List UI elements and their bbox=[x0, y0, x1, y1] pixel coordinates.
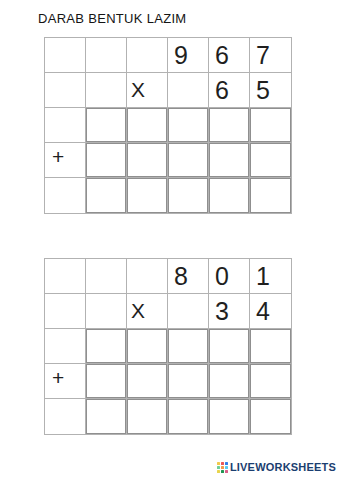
answer-cell-p1-r5c2[interactable] bbox=[86, 178, 127, 213]
empty-cell-p1-r3c1 bbox=[45, 108, 86, 143]
answer-cell-p2-r4c4[interactable] bbox=[168, 364, 209, 399]
answer-cell-p1-r5c3[interactable] bbox=[127, 178, 168, 213]
logo-tile-5 bbox=[221, 466, 224, 469]
answer-cell-p2-r4c5[interactable] bbox=[209, 364, 250, 399]
answer-cell-p2-r5c2[interactable] bbox=[86, 399, 127, 434]
given-cell-p1-r2c3: X bbox=[127, 73, 168, 108]
given-cell-p2-r1c5: 0 bbox=[209, 259, 250, 294]
answer-cell-p2-r3c3[interactable] bbox=[127, 329, 168, 364]
given-cell-p1-r2c6: 5 bbox=[250, 73, 291, 108]
answer-cell-p1-r3c2[interactable] bbox=[86, 108, 127, 143]
empty-cell-p2-r2c1 bbox=[45, 294, 86, 329]
empty-cell-p2-r5c1 bbox=[45, 399, 86, 434]
given-cell-p1-r2c5: 6 bbox=[209, 73, 250, 108]
empty-cell-p1-r5c1 bbox=[45, 178, 86, 213]
empty-cell-p1-r2c1 bbox=[45, 73, 86, 108]
answer-cell-p1-r3c4[interactable] bbox=[168, 108, 209, 143]
answer-cell-p2-r4c6[interactable] bbox=[250, 364, 291, 399]
logo-tile-2 bbox=[221, 462, 224, 465]
empty-cell-p1-r1c2 bbox=[86, 38, 127, 73]
answer-cell-p2-r4c2[interactable] bbox=[86, 364, 127, 399]
given-cell-p2-r2c3: X bbox=[127, 294, 168, 329]
answer-cell-p2-r5c4[interactable] bbox=[168, 399, 209, 434]
answer-cell-p2-r3c5[interactable] bbox=[209, 329, 250, 364]
answer-cell-p2-r3c2[interactable] bbox=[86, 329, 127, 364]
answer-cell-p2-r3c4[interactable] bbox=[168, 329, 209, 364]
empty-cell-p2-r2c4 bbox=[168, 294, 209, 329]
given-cell-p2-r2c6: 4 bbox=[250, 294, 291, 329]
empty-cell-p1-r2c4 bbox=[168, 73, 209, 108]
multiplication-grid-2: 801X34+ bbox=[44, 258, 292, 435]
given-cell-p2-r1c4: 8 bbox=[168, 259, 209, 294]
answer-cell-p1-r4c2[interactable] bbox=[86, 143, 127, 178]
logo-tile-9 bbox=[225, 470, 228, 473]
empty-cell-p2-r1c1 bbox=[45, 259, 86, 294]
liveworksheets-logo: LIVEWORKSHEETS bbox=[217, 461, 336, 473]
logo-tile-4 bbox=[217, 466, 220, 469]
answer-cell-p1-r4c4[interactable] bbox=[168, 143, 209, 178]
answer-cell-p1-r5c4[interactable] bbox=[168, 178, 209, 213]
answer-cell-p1-r5c6[interactable] bbox=[250, 178, 291, 213]
empty-cell-p2-r3c1 bbox=[45, 329, 86, 364]
worksheet-title: DARAB BENTUK LAZIM bbox=[38, 11, 186, 26]
multiplication-grid-1: 967X65+ bbox=[44, 37, 292, 214]
empty-cell-p2-r2c2 bbox=[86, 294, 127, 329]
answer-cell-p1-r3c3[interactable] bbox=[127, 108, 168, 143]
empty-cell-p1-r1c3 bbox=[127, 38, 168, 73]
answer-cell-p2-r5c3[interactable] bbox=[127, 399, 168, 434]
answer-cell-p2-r4c3[interactable] bbox=[127, 364, 168, 399]
logo-tile-6 bbox=[225, 466, 228, 469]
worksheet-page: DARAB BENTUK LAZIM 967X65+ 801X34+ LIVEW… bbox=[0, 0, 340, 480]
empty-cell-p2-r1c3 bbox=[127, 259, 168, 294]
logo-tile-8 bbox=[221, 470, 224, 473]
empty-cell-p1-r1c1 bbox=[45, 38, 86, 73]
given-cell-p2-r4c1: + bbox=[45, 364, 86, 399]
logo-tile-3 bbox=[225, 462, 228, 465]
answer-cell-p1-r4c6[interactable] bbox=[250, 143, 291, 178]
liveworksheets-icon bbox=[217, 462, 228, 473]
answer-cell-p1-r3c6[interactable] bbox=[250, 108, 291, 143]
answer-cell-p2-r3c6[interactable] bbox=[250, 329, 291, 364]
answer-cell-p1-r4c3[interactable] bbox=[127, 143, 168, 178]
logo-tile-7 bbox=[217, 470, 220, 473]
empty-cell-p2-r1c2 bbox=[86, 259, 127, 294]
given-cell-p1-r1c5: 6 bbox=[209, 38, 250, 73]
answer-cell-p1-r5c5[interactable] bbox=[209, 178, 250, 213]
liveworksheets-logo-text: LIVEWORKSHEETS bbox=[230, 461, 336, 473]
answer-cell-p2-r5c6[interactable] bbox=[250, 399, 291, 434]
given-cell-p1-r4c1: + bbox=[45, 143, 86, 178]
logo-tile-1 bbox=[217, 462, 220, 465]
empty-cell-p1-r2c2 bbox=[86, 73, 127, 108]
given-cell-p1-r1c6: 7 bbox=[250, 38, 291, 73]
answer-cell-p2-r5c5[interactable] bbox=[209, 399, 250, 434]
answer-cell-p1-r4c5[interactable] bbox=[209, 143, 250, 178]
given-cell-p2-r1c6: 1 bbox=[250, 259, 291, 294]
given-cell-p1-r1c4: 9 bbox=[168, 38, 209, 73]
answer-cell-p1-r3c5[interactable] bbox=[209, 108, 250, 143]
given-cell-p2-r2c5: 3 bbox=[209, 294, 250, 329]
